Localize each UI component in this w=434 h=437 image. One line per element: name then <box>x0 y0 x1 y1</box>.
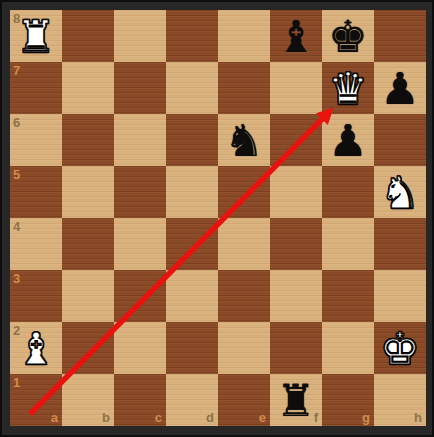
square-a4[interactable]: 4 <box>10 218 62 270</box>
square-g3[interactable] <box>322 270 374 322</box>
square-a2[interactable]: 2♝ <box>10 322 62 374</box>
square-f5[interactable] <box>270 166 322 218</box>
square-g6[interactable]: ♟ <box>322 114 374 166</box>
square-d8[interactable] <box>166 10 218 62</box>
square-e6[interactable]: ♞ <box>218 114 270 166</box>
piece-black-pawn[interactable]: ♟ <box>374 62 426 114</box>
square-a3[interactable]: 3 <box>10 270 62 322</box>
chessboard: 8♜♝♚7♛♟6♞♟5♞432♝♚1abcdef♜gh <box>10 10 426 426</box>
square-h8[interactable] <box>374 10 426 62</box>
square-g5[interactable] <box>322 166 374 218</box>
square-b4[interactable] <box>62 218 114 270</box>
square-b7[interactable] <box>62 62 114 114</box>
square-c6[interactable] <box>114 114 166 166</box>
rank-label-4: 4 <box>13 219 20 234</box>
piece-white-king[interactable]: ♚ <box>374 322 426 374</box>
square-c3[interactable] <box>114 270 166 322</box>
piece-black-bishop[interactable]: ♝ <box>270 10 322 62</box>
square-c7[interactable] <box>114 62 166 114</box>
rank-label-2: 2 <box>13 323 20 338</box>
square-f3[interactable] <box>270 270 322 322</box>
square-h1[interactable]: h <box>374 374 426 426</box>
square-a1[interactable]: 1a <box>10 374 62 426</box>
square-c4[interactable] <box>114 218 166 270</box>
file-label-a: a <box>51 410 58 425</box>
square-b8[interactable] <box>62 10 114 62</box>
square-f4[interactable] <box>270 218 322 270</box>
file-label-e: e <box>259 410 266 425</box>
square-h5[interactable]: ♞ <box>374 166 426 218</box>
square-e2[interactable] <box>218 322 270 374</box>
piece-white-queen[interactable]: ♛ <box>322 62 374 114</box>
square-a8[interactable]: 8♜ <box>10 10 62 62</box>
square-f7[interactable] <box>270 62 322 114</box>
file-label-g: g <box>362 410 370 425</box>
square-d4[interactable] <box>166 218 218 270</box>
rank-label-7: 7 <box>13 63 20 78</box>
file-label-f: f <box>314 410 318 425</box>
piece-black-knight[interactable]: ♞ <box>218 114 270 166</box>
square-h7[interactable]: ♟ <box>374 62 426 114</box>
square-h4[interactable] <box>374 218 426 270</box>
square-f2[interactable] <box>270 322 322 374</box>
square-e4[interactable] <box>218 218 270 270</box>
square-d3[interactable] <box>166 270 218 322</box>
square-c8[interactable] <box>114 10 166 62</box>
square-d5[interactable] <box>166 166 218 218</box>
square-e7[interactable] <box>218 62 270 114</box>
square-h6[interactable] <box>374 114 426 166</box>
rank-label-1: 1 <box>13 375 20 390</box>
file-label-c: c <box>155 410 162 425</box>
square-b2[interactable] <box>62 322 114 374</box>
square-d1[interactable]: d <box>166 374 218 426</box>
rank-label-8: 8 <box>13 11 20 26</box>
square-e3[interactable] <box>218 270 270 322</box>
square-h3[interactable] <box>374 270 426 322</box>
rank-label-6: 6 <box>13 115 20 130</box>
square-c1[interactable]: c <box>114 374 166 426</box>
square-g7[interactable]: ♛ <box>322 62 374 114</box>
rank-label-5: 5 <box>13 167 20 182</box>
chessboard-frame: 8♜♝♚7♛♟6♞♟5♞432♝♚1abcdef♜gh <box>0 0 434 437</box>
square-b6[interactable] <box>62 114 114 166</box>
square-f1[interactable]: f♜ <box>270 374 322 426</box>
square-b5[interactable] <box>62 166 114 218</box>
square-a7[interactable]: 7 <box>10 62 62 114</box>
square-c5[interactable] <box>114 166 166 218</box>
piece-white-knight[interactable]: ♞ <box>374 166 426 218</box>
rank-label-3: 3 <box>13 271 20 286</box>
square-e8[interactable] <box>218 10 270 62</box>
piece-black-king[interactable]: ♚ <box>322 10 374 62</box>
square-a5[interactable]: 5 <box>10 166 62 218</box>
file-label-h: h <box>414 410 422 425</box>
square-a6[interactable]: 6 <box>10 114 62 166</box>
square-g8[interactable]: ♚ <box>322 10 374 62</box>
square-b1[interactable]: b <box>62 374 114 426</box>
file-label-d: d <box>206 410 214 425</box>
square-h2[interactable]: ♚ <box>374 322 426 374</box>
square-f6[interactable] <box>270 114 322 166</box>
file-label-b: b <box>102 410 110 425</box>
square-d7[interactable] <box>166 62 218 114</box>
square-g1[interactable]: g <box>322 374 374 426</box>
square-c2[interactable] <box>114 322 166 374</box>
square-d2[interactable] <box>166 322 218 374</box>
square-e5[interactable] <box>218 166 270 218</box>
square-e1[interactable]: e <box>218 374 270 426</box>
square-f8[interactable]: ♝ <box>270 10 322 62</box>
square-g2[interactable] <box>322 322 374 374</box>
square-g4[interactable] <box>322 218 374 270</box>
square-b3[interactable] <box>62 270 114 322</box>
square-d6[interactable] <box>166 114 218 166</box>
piece-black-pawn[interactable]: ♟ <box>322 114 374 166</box>
